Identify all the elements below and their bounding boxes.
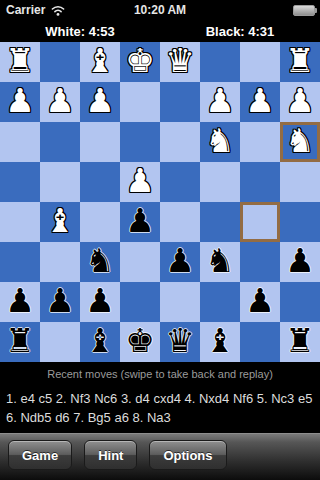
square-c3[interactable]: ♞ [200,122,240,162]
game-clocks: White: 4:53 Black: 4:31 [0,20,320,42]
hint-button[interactable]: Hint [84,440,137,470]
piece-black-king: ♚ [125,321,155,361]
piece-black-pawn: ♟ [85,281,115,321]
square-g6[interactable] [40,242,80,282]
square-h1[interactable]: ♜ [0,42,40,82]
square-e4[interactable]: ♟ [120,162,160,202]
square-h6[interactable] [0,242,40,282]
battery-icon [293,5,315,16]
square-g1[interactable] [40,42,80,82]
piece-black-rook: ♜ [5,321,35,361]
square-c7[interactable] [200,282,240,322]
white-clock: White: 4:53 [0,20,160,42]
square-d8[interactable]: ♛ [160,322,200,362]
piece-black-pawn: ♟ [165,241,195,281]
square-b4[interactable] [240,162,280,202]
square-e7[interactable] [120,282,160,322]
square-e6[interactable] [120,242,160,282]
piece-white-bishop: ♝ [45,201,75,241]
square-e5[interactable]: ♟ [120,202,160,242]
square-e1[interactable]: ♚ [120,42,160,82]
piece-black-pawn: ♟ [285,241,315,281]
game-button[interactable]: Game [8,440,72,470]
square-c4[interactable] [200,162,240,202]
piece-white-knight: ♞ [205,121,235,161]
piece-white-pawn: ♟ [125,161,155,201]
piece-black-knight: ♞ [85,241,115,281]
piece-black-rook: ♜ [285,321,315,361]
square-h2[interactable]: ♟ [0,82,40,122]
square-a8[interactable]: ♜ [280,322,320,362]
square-a1[interactable]: ♜ [280,42,320,82]
piece-black-pawn: ♟ [125,201,155,241]
options-button[interactable]: Options [149,440,226,470]
square-h5[interactable] [0,202,40,242]
square-h8[interactable]: ♜ [0,322,40,362]
move-list: 1. e4 c5 2. Nf3 Nc6 3. d4 cxd4 4. Nxd4 N… [0,389,320,427]
square-e3[interactable] [120,122,160,162]
square-d2[interactable] [160,82,200,122]
piece-black-bishop: ♝ [85,321,115,361]
piece-white-king: ♚ [125,41,155,81]
square-f2[interactable]: ♟ [80,82,120,122]
square-d5[interactable] [160,202,200,242]
square-g5[interactable]: ♝ [40,202,80,242]
square-b8[interactable] [240,322,280,362]
square-f5[interactable] [80,202,120,242]
piece-white-queen: ♛ [165,41,195,81]
square-a2[interactable]: ♟ [280,82,320,122]
square-a3[interactable]: ♞ [280,122,320,162]
square-h4[interactable] [0,162,40,202]
square-g2[interactable]: ♟ [40,82,80,122]
square-a5[interactable] [280,202,320,242]
square-a7[interactable] [280,282,320,322]
piece-white-pawn: ♟ [285,81,315,121]
square-e2[interactable] [120,82,160,122]
piece-white-pawn: ♟ [85,81,115,121]
square-c1[interactable] [200,42,240,82]
move-list-panel[interactable]: Recent moves (swipe to take back and rep… [0,362,320,437]
piece-black-bishop: ♝ [205,321,235,361]
bottom-toolbar: Game Hint Options [0,433,320,480]
piece-white-bishop: ♝ [85,41,115,81]
square-d3[interactable] [160,122,200,162]
status-bar: Carrier 10:20 AM [0,0,320,20]
square-b7[interactable]: ♟ [240,282,280,322]
black-clock: Black: 4:31 [160,20,320,42]
square-c2[interactable]: ♟ [200,82,240,122]
square-d7[interactable] [160,282,200,322]
piece-white-pawn: ♟ [245,81,275,121]
square-f7[interactable]: ♟ [80,282,120,322]
clock-time: 10:20 AM [0,3,320,17]
square-b5[interactable] [240,202,280,242]
piece-black-pawn: ♟ [5,281,35,321]
square-b2[interactable]: ♟ [240,82,280,122]
square-d1[interactable]: ♛ [160,42,200,82]
square-g7[interactable]: ♟ [40,282,80,322]
square-c8[interactable]: ♝ [200,322,240,362]
square-b3[interactable] [240,122,280,162]
square-c6[interactable]: ♞ [200,242,240,282]
piece-white-rook: ♜ [5,41,35,81]
square-f6[interactable]: ♞ [80,242,120,282]
piece-white-pawn: ♟ [5,81,35,121]
square-b1[interactable] [240,42,280,82]
square-g4[interactable] [40,162,80,202]
square-h7[interactable]: ♟ [0,282,40,322]
square-f3[interactable] [80,122,120,162]
chess-app-screen: Carrier 10:20 AM White: 4:53 Black: 4:31… [0,0,320,480]
piece-white-pawn: ♟ [205,81,235,121]
recent-moves-hint: Recent moves (swipe to take back and rep… [0,368,320,380]
square-g3[interactable] [40,122,80,162]
square-f4[interactable] [80,162,120,202]
square-g8[interactable] [40,322,80,362]
piece-white-rook: ♜ [285,41,315,81]
piece-white-pawn: ♟ [45,81,75,121]
square-f8[interactable]: ♝ [80,322,120,362]
piece-black-knight: ♞ [205,241,235,281]
square-d4[interactable] [160,162,200,202]
piece-black-pawn: ♟ [245,281,275,321]
square-b6[interactable] [240,242,280,282]
square-d6[interactable]: ♟ [160,242,200,282]
chess-board[interactable]: ♜♝♚♛♜♟♟♟♟♟♟♞♞♟♝♟♞♟♞♟♟♟♟♟♜♝♚♛♝♜ [0,42,320,362]
piece-black-queen: ♛ [165,321,195,361]
square-f1[interactable]: ♝ [80,42,120,82]
square-a6[interactable]: ♟ [280,242,320,282]
piece-black-pawn: ♟ [45,281,75,321]
square-c5[interactable] [200,202,240,242]
square-e8[interactable]: ♚ [120,322,160,362]
piece-white-knight: ♞ [285,121,315,161]
square-a4[interactable] [280,162,320,202]
square-h3[interactable] [0,122,40,162]
